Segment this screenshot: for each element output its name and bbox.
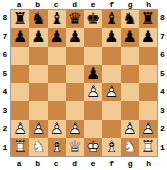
rank-label-6: 6	[0, 46, 10, 65]
file-labels-bottom: abcdefgh	[10, 157, 158, 170]
square-d8[interactable]: ♛	[66, 10, 84, 28]
file-label-c: c	[47, 157, 66, 170]
piece-black-queen: ♛	[66, 10, 84, 28]
white-pawn-outline: ♙	[102, 83, 120, 101]
square-h5[interactable]	[139, 65, 157, 83]
file-label-e: e	[84, 157, 103, 170]
file-label-f: f	[103, 0, 122, 9]
square-d2[interactable]: ♟♙	[66, 120, 84, 138]
chess-board: ♜♞♝♛♚♝♞♜♟♟♟♟♟♟♟♟♟♙♟♙♟♙♟♙♟♙♟♙♟♙♟♙♜♖♞♘♝♗♛♕…	[10, 9, 158, 157]
white-bishop-outline: ♗	[102, 138, 120, 156]
piece-black-pawn: ♟	[102, 28, 120, 46]
square-f7[interactable]: ♟	[102, 28, 120, 46]
rank-label-7: 7	[0, 28, 10, 47]
piece-white-rook: ♜♖	[139, 138, 157, 156]
file-label-g: g	[121, 157, 140, 170]
piece-white-rook: ♜♖	[11, 138, 29, 156]
rank-label-3: 3	[0, 102, 10, 121]
square-d1[interactable]: ♛♕	[66, 138, 84, 156]
rank-label-7: 7	[158, 28, 167, 47]
square-g6[interactable]	[121, 47, 139, 65]
square-f8[interactable]: ♝	[102, 10, 120, 28]
piece-black-king: ♚	[84, 10, 102, 28]
square-e6[interactable]	[84, 47, 102, 65]
square-f4[interactable]: ♟♙	[102, 83, 120, 101]
rank-label-4: 4	[158, 83, 167, 102]
square-a1[interactable]: ♜♖	[11, 138, 29, 156]
square-f1[interactable]: ♝♗	[102, 138, 120, 156]
square-e4[interactable]: ♟♙	[84, 83, 102, 101]
piece-white-bishop: ♝♗	[48, 138, 66, 156]
white-knight-outline: ♘	[29, 138, 47, 156]
piece-black-pawn: ♟	[48, 28, 66, 46]
piece-black-pawn: ♟	[84, 65, 102, 83]
square-g2[interactable]: ♟♙	[121, 120, 139, 138]
square-a5[interactable]	[11, 65, 29, 83]
square-b6[interactable]	[29, 47, 47, 65]
file-label-g: g	[121, 0, 140, 9]
rank-label-2: 2	[158, 120, 167, 139]
file-label-d: d	[66, 0, 85, 9]
file-label-h: h	[140, 0, 159, 9]
file-label-c: c	[47, 0, 66, 9]
square-b1[interactable]: ♞♘	[29, 138, 47, 156]
square-c6[interactable]	[48, 47, 66, 65]
square-b7[interactable]: ♟	[29, 28, 47, 46]
square-h2[interactable]: ♟♙	[139, 120, 157, 138]
square-d7[interactable]: ♟	[66, 28, 84, 46]
piece-white-pawn: ♟♙	[139, 120, 157, 138]
square-f5[interactable]	[102, 65, 120, 83]
square-f3[interactable]	[102, 101, 120, 119]
white-rook-outline: ♖	[11, 138, 29, 156]
rank-labels-left: 87654321	[0, 9, 10, 157]
white-knight-outline: ♘	[121, 138, 139, 156]
piece-black-pawn: ♟	[11, 28, 29, 46]
rank-label-6: 6	[158, 46, 167, 65]
square-d4[interactable]	[66, 83, 84, 101]
piece-white-king: ♚♔	[84, 138, 102, 156]
square-e8[interactable]: ♚	[84, 10, 102, 28]
chess-diagram: abcdefgh 87654321 ♜♞♝♛♚♝♞♜♟♟♟♟♟♟♟♟♟♙♟♙♟♙…	[0, 0, 167, 170]
piece-black-knight: ♞	[29, 10, 47, 28]
square-g3[interactable]	[121, 101, 139, 119]
square-h1[interactable]: ♜♖	[139, 138, 157, 156]
rank-label-5: 5	[158, 65, 167, 84]
rank-label-8: 8	[0, 9, 10, 28]
square-c4[interactable]	[48, 83, 66, 101]
white-pawn-outline: ♙	[139, 120, 157, 138]
white-king-outline: ♔	[84, 138, 102, 156]
square-h6[interactable]	[139, 47, 157, 65]
square-a7[interactable]: ♟	[11, 28, 29, 46]
piece-white-pawn: ♟♙	[29, 120, 47, 138]
file-label-d: d	[66, 157, 85, 170]
piece-white-pawn: ♟♙	[84, 83, 102, 101]
white-pawn-outline: ♙	[29, 120, 47, 138]
square-a4[interactable]	[11, 83, 29, 101]
square-e3[interactable]	[84, 101, 102, 119]
square-b5[interactable]	[29, 65, 47, 83]
file-label-h: h	[140, 157, 159, 170]
square-a3[interactable]	[11, 101, 29, 119]
white-pawn-outline: ♙	[66, 120, 84, 138]
piece-black-rook: ♜	[139, 10, 157, 28]
square-h7[interactable]: ♟	[139, 28, 157, 46]
square-c8[interactable]: ♝	[48, 10, 66, 28]
square-g1[interactable]: ♞♘	[121, 138, 139, 156]
rank-label-1: 1	[0, 139, 10, 158]
square-e1[interactable]: ♚♔	[84, 138, 102, 156]
square-c7[interactable]: ♟	[48, 28, 66, 46]
white-pawn-outline: ♙	[11, 120, 29, 138]
square-d5[interactable]	[66, 65, 84, 83]
square-g4[interactable]	[121, 83, 139, 101]
square-a8[interactable]: ♜	[11, 10, 29, 28]
square-b3[interactable]	[29, 101, 47, 119]
piece-black-bishop: ♝	[102, 10, 120, 28]
piece-black-knight: ♞	[121, 10, 139, 28]
rank-label-8: 8	[158, 9, 167, 28]
piece-white-pawn: ♟♙	[66, 120, 84, 138]
file-label-a: a	[10, 0, 29, 9]
square-h3[interactable]	[139, 101, 157, 119]
file-label-b: b	[29, 0, 48, 9]
square-g7[interactable]: ♟	[121, 28, 139, 46]
piece-white-pawn: ♟♙	[121, 120, 139, 138]
piece-black-rook: ♜	[11, 10, 29, 28]
piece-black-pawn: ♟	[139, 28, 157, 46]
square-a2[interactable]: ♟♙	[11, 120, 29, 138]
square-d3[interactable]	[66, 101, 84, 119]
square-b2[interactable]: ♟♙	[29, 120, 47, 138]
white-pawn-outline: ♙	[121, 120, 139, 138]
square-c3[interactable]	[48, 101, 66, 119]
file-label-f: f	[103, 157, 122, 170]
square-c1[interactable]: ♝♗	[48, 138, 66, 156]
file-label-e: e	[84, 0, 103, 9]
square-c2[interactable]: ♟♙	[48, 120, 66, 138]
piece-black-pawn: ♟	[66, 28, 84, 46]
rank-label-3: 3	[158, 102, 167, 121]
piece-black-pawn: ♟	[121, 28, 139, 46]
piece-white-knight: ♞♘	[29, 138, 47, 156]
file-labels-top: abcdefgh	[10, 0, 158, 9]
file-label-b: b	[29, 157, 48, 170]
piece-white-knight: ♞♘	[121, 138, 139, 156]
square-h4[interactable]	[139, 83, 157, 101]
file-label-a: a	[10, 157, 29, 170]
piece-white-pawn: ♟♙	[48, 120, 66, 138]
piece-white-bishop: ♝♗	[102, 138, 120, 156]
rank-label-2: 2	[0, 120, 10, 139]
white-bishop-outline: ♗	[48, 138, 66, 156]
square-g8[interactable]: ♞	[121, 10, 139, 28]
piece-white-queen: ♛♕	[66, 138, 84, 156]
white-rook-outline: ♖	[139, 138, 157, 156]
square-e5[interactable]: ♟	[84, 65, 102, 83]
square-e7[interactable]	[84, 28, 102, 46]
white-pawn-outline: ♙	[84, 83, 102, 101]
rank-label-4: 4	[0, 83, 10, 102]
white-queen-outline: ♕	[66, 138, 84, 156]
square-b4[interactable]	[29, 83, 47, 101]
square-e2[interactable]	[84, 120, 102, 138]
white-pawn-outline: ♙	[48, 120, 66, 138]
square-g5[interactable]	[121, 65, 139, 83]
rank-labels-right: 87654321	[158, 9, 167, 157]
square-f2[interactable]	[102, 120, 120, 138]
square-a6[interactable]	[11, 47, 29, 65]
square-d6[interactable]	[66, 47, 84, 65]
square-b8[interactable]: ♞	[29, 10, 47, 28]
square-f6[interactable]	[102, 47, 120, 65]
piece-black-pawn: ♟	[29, 28, 47, 46]
square-c5[interactable]	[48, 65, 66, 83]
piece-white-pawn: ♟♙	[102, 83, 120, 101]
rank-label-1: 1	[158, 139, 167, 158]
square-h8[interactable]: ♜	[139, 10, 157, 28]
piece-black-bishop: ♝	[48, 10, 66, 28]
piece-white-pawn: ♟♙	[11, 120, 29, 138]
rank-label-5: 5	[0, 65, 10, 84]
